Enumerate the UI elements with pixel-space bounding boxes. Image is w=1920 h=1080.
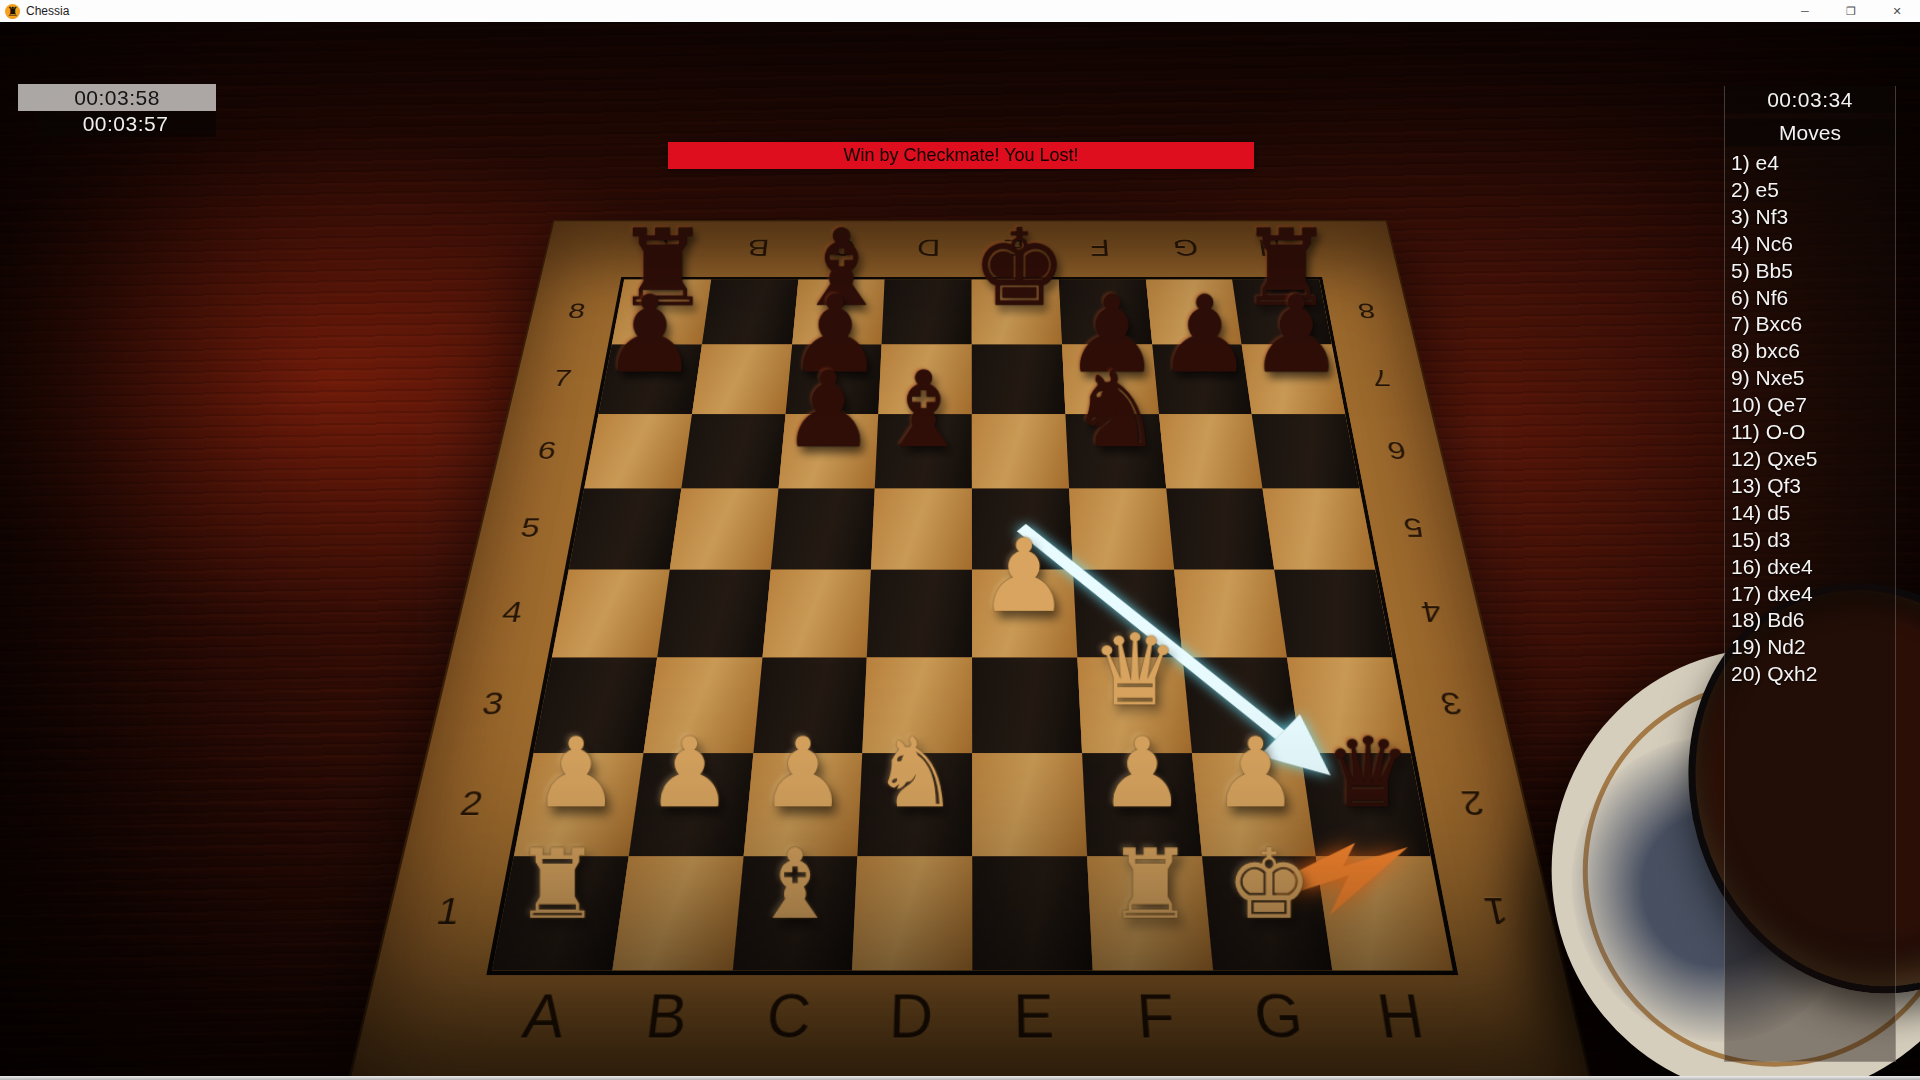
piece-white-p-e4[interactable]: ♟ [972, 521, 1076, 632]
move-item: 5) Bb5 [1731, 258, 1895, 285]
move-item: 1) e4 [1731, 150, 1895, 177]
piece-white-p-g2[interactable]: ♟ [1199, 720, 1312, 826]
move-item: 18) Bd6 [1731, 607, 1895, 634]
game-window: AA88BB77CC66DD55EE44FF33GG22HH11 ♜♝♚♜♟♟♟… [0, 0, 1920, 1080]
piece-white-b-c1[interactable]: ♝ [735, 831, 854, 937]
move-item: 16) dxe4 [1731, 554, 1895, 581]
maximize-button[interactable]: ❐ [1828, 0, 1874, 22]
move-item: 6) Nf6 [1731, 285, 1895, 312]
move-item: 4) Nc6 [1731, 231, 1895, 258]
move-item: 15) d3 [1731, 527, 1895, 554]
move-arrow-overlay [347, 220, 1598, 1080]
piece-black-b-d6[interactable]: ♝ [876, 352, 972, 467]
chess-board: AA88BB77CC66DD55EE44FF33GG22HH11 ♜♝♚♜♟♟♟… [346, 220, 1594, 1080]
move-list[interactable]: 1) e42) e53) Nf34) Nc65) Bb56) Nf67) Bxc… [1725, 146, 1895, 688]
piece-black-p-g7[interactable]: ♟ [1157, 277, 1249, 394]
app-icon: ♜ [5, 4, 20, 19]
moves-header: Moves [1725, 119, 1895, 146]
move-item: 10) Qe7 [1731, 392, 1895, 419]
taskbar-edge [0, 1076, 1920, 1080]
opponent-clock: 00:03:34 [1725, 86, 1895, 113]
close-button[interactable]: ✕ [1874, 0, 1920, 22]
move-item: 2) e5 [1731, 177, 1895, 204]
move-item: 14) d5 [1731, 500, 1895, 527]
move-item: 8) bxc6 [1731, 338, 1895, 365]
window-title: Chessia [26, 4, 69, 18]
move-item: 9) Nxe5 [1731, 365, 1895, 392]
piece-white-p-f2[interactable]: ♟ [1085, 720, 1198, 826]
piece-black-p-a7[interactable]: ♟ [602, 277, 694, 394]
status-banner: Win by Checkmate! You Lost! [668, 142, 1254, 169]
moves-panel: 00:03:34 Moves 1) e42) e53) Nf34) Nc65) … [1724, 86, 1896, 1062]
move-item: 12) Qxe5 [1731, 446, 1895, 473]
clock-active: 00:03:58 [18, 84, 216, 111]
piece-black-k-e8[interactable]: ♚ [972, 209, 1061, 326]
status-banner-text: Win by Checkmate! You Lost! [843, 145, 1078, 166]
move-item: 20) Qxh2 [1731, 661, 1895, 688]
move-item: 3) Nf3 [1731, 204, 1895, 231]
piece-white-r-a1[interactable]: ♜ [498, 831, 617, 937]
piece-white-k-g1[interactable]: ♚ [1209, 831, 1328, 937]
piece-black-n-f6[interactable]: ♞ [1068, 352, 1164, 467]
minimize-button[interactable]: ─ [1782, 0, 1828, 22]
title-bar: ♜ Chessia ─ ❐ ✕ [0, 0, 1920, 22]
piece-white-q-f3[interactable]: ♛ [1080, 616, 1188, 725]
piece-black-q-h2[interactable]: ♛ [1312, 720, 1425, 826]
piece-white-r-f1[interactable]: ♜ [1091, 831, 1210, 937]
piece-white-p-c2[interactable]: ♟ [746, 720, 859, 826]
move-item: 17) dxe4 [1731, 581, 1895, 608]
piece-black-p-h7[interactable]: ♟ [1249, 277, 1341, 394]
move-item: 7) Bxc6 [1731, 311, 1895, 338]
move-item: 11) O-O [1731, 419, 1895, 446]
piece-white-p-b2[interactable]: ♟ [633, 720, 746, 826]
clock-secondary: 00:03:57 [35, 111, 216, 137]
move-item: 19) Nd2 [1731, 634, 1895, 661]
piece-white-p-a2[interactable]: ♟ [520, 720, 633, 826]
piece-black-p-c6[interactable]: ♟ [780, 352, 876, 467]
window-controls: ─ ❐ ✕ [1782, 0, 1920, 22]
piece-white-n-d2[interactable]: ♞ [859, 720, 972, 826]
move-item: 13) Qf3 [1731, 473, 1895, 500]
player-clock-block: 00:03:58 00:03:57 [18, 84, 216, 137]
